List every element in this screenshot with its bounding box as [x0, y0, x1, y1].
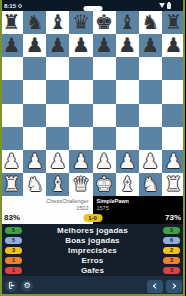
- app-screen: 8:15 ♜♞♝♛♚♝♞♜♟♟♟♟♟♟♟♟♟♟♟♟♟♟♟♟♜♞♝♛♚♝♞♜ Ch…: [0, 0, 185, 296]
- white-rook: ♜: [164, 173, 182, 196]
- square-c5[interactable]: [46, 80, 69, 103]
- white-player-rating: 1502: [76, 205, 88, 211]
- white-knight: ♞: [26, 173, 44, 196]
- square-g6[interactable]: [139, 57, 162, 80]
- square-d8[interactable]: ♛: [69, 11, 92, 34]
- white-queen: ♛: [72, 173, 90, 196]
- square-a8[interactable]: ♜: [0, 11, 23, 34]
- square-c4[interactable]: [46, 104, 69, 127]
- square-h2[interactable]: ♟: [162, 150, 185, 173]
- review-row: 3Imprecisões2: [5, 246, 180, 254]
- black-player-name: SimplePawn: [97, 198, 129, 204]
- white-bishop: ♝: [118, 173, 136, 196]
- black-bishop: ♝: [118, 11, 136, 34]
- square-f6[interactable]: [116, 57, 139, 80]
- square-f5[interactable]: [116, 80, 139, 103]
- square-a6[interactable]: [0, 57, 23, 80]
- white-pawn: ♟: [26, 150, 44, 173]
- white-accuracy: 83%: [4, 213, 20, 222]
- square-a4[interactable]: [0, 104, 23, 127]
- black-pawn: ♟: [3, 34, 21, 57]
- black-queen: ♛: [72, 11, 90, 34]
- white-pawn: ♟: [118, 150, 136, 173]
- camera-cutout: [83, 6, 102, 11]
- square-f3[interactable]: [116, 127, 139, 150]
- exit-icon: [8, 282, 15, 289]
- white-count-badge: 1: [5, 267, 22, 275]
- square-e6[interactable]: [93, 57, 116, 80]
- square-h4[interactable]: [162, 104, 185, 127]
- square-e7[interactable]: ♟: [93, 34, 116, 57]
- black-pawn: ♟: [72, 34, 90, 57]
- white-bishop: ♝: [49, 173, 67, 196]
- square-a2[interactable]: ♟: [0, 150, 23, 173]
- black-pawn: ♟: [95, 34, 113, 57]
- square-d5[interactable]: [69, 80, 92, 103]
- notification-dot-icon: [18, 4, 22, 8]
- game-review-stats: 5Melhores jogadas55Boas jogadas63Impreci…: [0, 224, 185, 276]
- game-result-badge: 1-0: [83, 214, 102, 223]
- black-count-badge: 3: [163, 257, 180, 265]
- review-row: 1Gafes3: [5, 266, 180, 274]
- black-pawn: ♟: [118, 34, 136, 57]
- square-g3[interactable]: [139, 127, 162, 150]
- square-b1[interactable]: ♞: [23, 173, 46, 196]
- square-a7[interactable]: ♟: [0, 34, 23, 57]
- black-pawn: ♟: [141, 34, 159, 57]
- black-king: ♚: [95, 11, 113, 34]
- square-d1[interactable]: ♛: [69, 173, 92, 196]
- square-g8[interactable]: ♞: [139, 11, 162, 34]
- square-a3[interactable]: [0, 127, 23, 150]
- square-e8[interactable]: ♚: [93, 11, 116, 34]
- square-e2[interactable]: ♟: [93, 150, 116, 173]
- square-b8[interactable]: ♞: [23, 11, 46, 34]
- square-g2[interactable]: ♟: [139, 150, 162, 173]
- white-pawn: ♟: [72, 150, 90, 173]
- review-row-label: Melhores jogadas: [22, 226, 163, 235]
- black-accuracy: 73%: [165, 213, 181, 222]
- white-rook: ♜: [3, 173, 21, 196]
- square-b6[interactable]: [23, 57, 46, 80]
- black-pawn: ♟: [164, 34, 182, 57]
- square-f4[interactable]: [116, 104, 139, 127]
- square-f7[interactable]: ♟: [116, 34, 139, 57]
- square-g4[interactable]: [139, 104, 162, 127]
- clock-text: 8:15: [4, 3, 16, 9]
- square-d2[interactable]: ♟: [69, 150, 92, 173]
- next-move-button[interactable]: [166, 280, 182, 293]
- white-count-badge: 5: [5, 237, 22, 245]
- white-player-panel[interactable]: ChessChallenger 1502 83%: [0, 196, 93, 224]
- square-g1[interactable]: ♞: [139, 173, 162, 196]
- black-count-badge: 3: [163, 267, 180, 275]
- white-count-badge: 5: [5, 227, 22, 235]
- previous-move-button[interactable]: [147, 280, 163, 293]
- square-f1[interactable]: ♝: [116, 173, 139, 196]
- settings-button[interactable]: ⚙: [21, 280, 33, 292]
- bottom-toolbar: ⚙: [0, 276, 185, 296]
- black-pawn: ♟: [26, 34, 44, 57]
- square-g7[interactable]: ♟: [139, 34, 162, 57]
- white-count-badge: 1: [5, 257, 22, 265]
- white-pawn: ♟: [95, 150, 113, 173]
- review-row: 1Erros3: [5, 256, 180, 264]
- review-row: 5Boas jogadas6: [5, 236, 180, 244]
- review-row-label: Boas jogadas: [22, 236, 163, 245]
- review-row-label: Imprecisões: [22, 246, 163, 255]
- black-knight: ♞: [26, 11, 44, 34]
- review-row-label: Erros: [22, 256, 163, 265]
- square-e5[interactable]: [93, 80, 116, 103]
- square-d6[interactable]: [69, 57, 92, 80]
- square-d4[interactable]: [69, 104, 92, 127]
- white-pawn: ♟: [49, 150, 67, 173]
- square-g5[interactable]: [139, 80, 162, 103]
- square-f2[interactable]: ♟: [116, 150, 139, 173]
- black-count-badge: 5: [163, 227, 180, 235]
- square-c6[interactable]: [46, 57, 69, 80]
- square-h1[interactable]: ♜: [162, 173, 185, 196]
- square-e4[interactable]: [93, 104, 116, 127]
- square-c2[interactable]: ♟: [46, 150, 69, 173]
- square-e1[interactable]: ♚: [93, 173, 116, 196]
- white-knight: ♞: [141, 173, 159, 196]
- review-row-label: Gafes: [22, 266, 163, 275]
- wifi-icon: [159, 3, 165, 8]
- black-knight: ♞: [141, 11, 159, 34]
- square-c3[interactable]: [46, 127, 69, 150]
- square-d3[interactable]: [69, 127, 92, 150]
- square-c7[interactable]: ♟: [46, 34, 69, 57]
- white-player-name: ChessChallenger: [46, 198, 88, 204]
- chevron-left-icon: [153, 283, 159, 289]
- square-b2[interactable]: ♟: [23, 150, 46, 173]
- square-a5[interactable]: [0, 80, 23, 103]
- black-rook: ♜: [164, 11, 182, 34]
- black-count-badge: 6: [163, 237, 180, 245]
- square-h8[interactable]: ♜: [162, 11, 185, 34]
- black-player-panel[interactable]: SimplePawn 1575 73%: [93, 196, 186, 224]
- player-bar: ChessChallenger 1502 83% SimplePawn 1575…: [0, 196, 185, 224]
- black-player-rating: 1575: [97, 205, 109, 211]
- black-bishop: ♝: [49, 11, 67, 34]
- white-pawn: ♟: [3, 150, 21, 173]
- square-c1[interactable]: ♝: [46, 173, 69, 196]
- white-pawn: ♟: [164, 150, 182, 173]
- square-f8[interactable]: ♝: [116, 11, 139, 34]
- chess-board: ♜♞♝♛♚♝♞♜♟♟♟♟♟♟♟♟♟♟♟♟♟♟♟♟♜♞♝♛♚♝♞♜: [0, 11, 185, 196]
- chevron-right-icon: [170, 283, 176, 289]
- white-pawn: ♟: [141, 150, 159, 173]
- square-h3[interactable]: [162, 127, 185, 150]
- square-h7[interactable]: ♟: [162, 34, 185, 57]
- white-king: ♚: [95, 173, 113, 196]
- gear-icon: ⚙: [23, 280, 30, 292]
- review-row: 5Melhores jogadas5: [5, 226, 180, 234]
- square-h6[interactable]: [162, 57, 185, 80]
- exit-button[interactable]: [5, 280, 17, 292]
- battery-icon: [167, 3, 171, 10]
- black-count-badge: 2: [163, 247, 180, 255]
- black-rook: ♜: [3, 11, 21, 34]
- square-a1[interactable]: ♜: [0, 173, 23, 196]
- square-b4[interactable]: [23, 104, 46, 127]
- square-h5[interactable]: [162, 80, 185, 103]
- square-b5[interactable]: [23, 80, 46, 103]
- square-b7[interactable]: ♟: [23, 34, 46, 57]
- square-e3[interactable]: [93, 127, 116, 150]
- square-c8[interactable]: ♝: [46, 11, 69, 34]
- square-b3[interactable]: [23, 127, 46, 150]
- black-pawn: ♟: [49, 34, 67, 57]
- square-d7[interactable]: ♟: [69, 34, 92, 57]
- white-count-badge: 3: [5, 247, 22, 255]
